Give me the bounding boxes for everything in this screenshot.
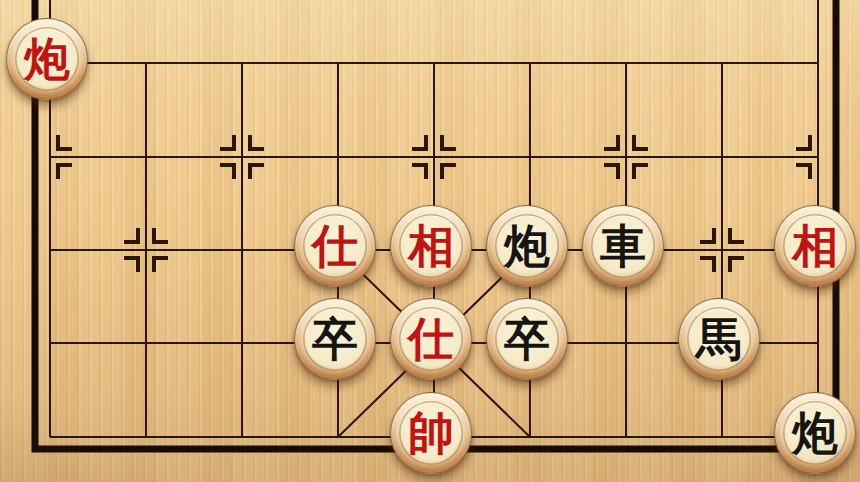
piece-red-cannon-a5[interactable]: 炮 bbox=[6, 18, 88, 100]
piece-character: 炮 bbox=[487, 206, 567, 286]
xiangqi-board[interactable]: 炮仕相炮車相卒仕卒馬帥炮 bbox=[0, 0, 860, 482]
piece-character: 仕 bbox=[295, 206, 375, 286]
piece-black-cannon-f3[interactable]: 炮 bbox=[486, 205, 568, 287]
piece-character: 相 bbox=[391, 206, 471, 286]
piece-character: 炮 bbox=[7, 19, 87, 99]
piece-black-cannon-i1[interactable]: 炮 bbox=[774, 392, 856, 474]
piece-character: 馬 bbox=[679, 299, 759, 379]
piece-red-elephant-e3[interactable]: 相 bbox=[390, 205, 472, 287]
piece-character: 仕 bbox=[391, 299, 471, 379]
piece-black-soldier-f2[interactable]: 卒 bbox=[486, 298, 568, 380]
piece-red-advisor-d3[interactable]: 仕 bbox=[294, 205, 376, 287]
piece-black-soldier-d2[interactable]: 卒 bbox=[294, 298, 376, 380]
piece-character: 車 bbox=[583, 206, 663, 286]
piece-red-advisor-e2[interactable]: 仕 bbox=[390, 298, 472, 380]
piece-character: 卒 bbox=[295, 299, 375, 379]
piece-red-elephant-i3[interactable]: 相 bbox=[774, 205, 856, 287]
piece-character: 炮 bbox=[775, 393, 855, 473]
piece-black-horse-h2[interactable]: 馬 bbox=[678, 298, 760, 380]
piece-black-chariot-g3[interactable]: 車 bbox=[582, 205, 664, 287]
piece-character: 卒 bbox=[487, 299, 567, 379]
piece-red-general-e1[interactable]: 帥 bbox=[390, 392, 472, 474]
piece-character: 帥 bbox=[391, 393, 471, 473]
piece-character: 相 bbox=[775, 206, 855, 286]
